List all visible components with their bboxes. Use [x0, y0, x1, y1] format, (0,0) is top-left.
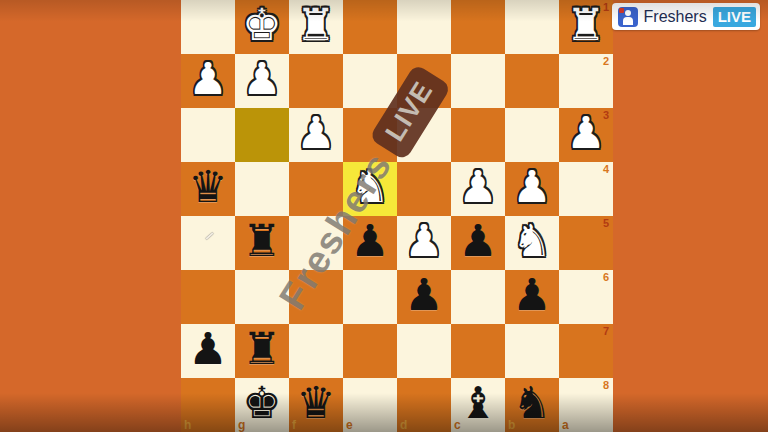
square-b8[interactable]: b♞ [505, 378, 559, 432]
black-bishop[interactable]: ♝ [458, 381, 497, 425]
logo-live-badge: LIVE [713, 7, 756, 27]
rank-label-5: 5 [603, 217, 609, 229]
square-c7[interactable] [451, 324, 505, 378]
square-d3[interactable] [397, 108, 451, 162]
fresherslive-logo: Freshers LIVE [612, 3, 760, 30]
rank-label-8: 8 [603, 379, 609, 391]
square-d8[interactable]: d [397, 378, 451, 432]
square-c8[interactable]: c♝ [451, 378, 505, 432]
rank-label-4: 4 [603, 163, 609, 175]
file-label-h: h [184, 418, 191, 432]
white-pawn[interactable]: ♟ [242, 57, 281, 101]
black-pawn[interactable]: ♟ [188, 327, 227, 371]
square-e2[interactable] [343, 54, 397, 108]
square-a3[interactable]: 3♟ [559, 108, 613, 162]
square-f5[interactable] [289, 216, 343, 270]
file-label-e: e [346, 418, 353, 432]
square-a7[interactable]: 7 [559, 324, 613, 378]
square-e6[interactable] [343, 270, 397, 324]
square-g1[interactable]: ♚ [235, 0, 289, 54]
white-pawn[interactable]: ♟ [566, 111, 605, 155]
black-queen[interactable]: ♛ [188, 165, 227, 209]
square-b1[interactable] [505, 0, 559, 54]
square-c5[interactable]: ♟ [451, 216, 505, 270]
white-pawn[interactable]: ♟ [296, 111, 335, 155]
square-d7[interactable] [397, 324, 451, 378]
square-g8[interactable]: g♚ [235, 378, 289, 432]
square-f4[interactable] [289, 162, 343, 216]
square-e3[interactable] [343, 108, 397, 162]
square-e8[interactable]: e [343, 378, 397, 432]
black-pawn[interactable]: ♟ [404, 273, 443, 317]
square-h5[interactable] [181, 216, 235, 270]
square-f1[interactable]: ♜ [289, 0, 343, 54]
square-h3[interactable] [181, 108, 235, 162]
square-a8[interactable]: 8a [559, 378, 613, 432]
square-a5[interactable]: 5 [559, 216, 613, 270]
square-g6[interactable] [235, 270, 289, 324]
white-pawn[interactable]: ♟ [458, 165, 497, 209]
square-c2[interactable] [451, 54, 505, 108]
white-knight[interactable]: ♞ [512, 219, 551, 263]
square-g5[interactable]: ♜ [235, 216, 289, 270]
white-pawn[interactable]: ♟ [188, 57, 227, 101]
square-g2[interactable]: ♟ [235, 54, 289, 108]
white-knight[interactable]: ♞ [350, 165, 389, 209]
white-rook[interactable]: ♜ [566, 3, 605, 47]
square-a6[interactable]: 6 [559, 270, 613, 324]
chess-board: ♚♜1♜♟♟2♟3♟♛♞♟♟4♜♟♟♟♞5♟♟6♟♜7hg♚f♛edc♝b♞8a [181, 0, 613, 432]
square-h6[interactable] [181, 270, 235, 324]
white-pawn[interactable]: ♟ [404, 219, 443, 263]
black-pawn[interactable]: ♟ [350, 219, 389, 263]
square-d6[interactable]: ♟ [397, 270, 451, 324]
square-b7[interactable] [505, 324, 559, 378]
file-label-d: d [400, 418, 407, 432]
fresherslive-person-icon [618, 7, 638, 27]
black-king[interactable]: ♚ [242, 381, 281, 425]
puzzle-image: ♚♜1♜♟♟2♟3♟♛♞♟♟4♜♟♟♟♞5♟♟6♟♜7hg♚f♛edc♝b♞8a… [0, 0, 768, 432]
black-queen[interactable]: ♛ [296, 381, 335, 425]
square-e4[interactable]: ♞ [343, 162, 397, 216]
black-rook[interactable]: ♜ [242, 219, 281, 263]
square-g4[interactable] [235, 162, 289, 216]
square-h8[interactable]: h [181, 378, 235, 432]
square-d4[interactable] [397, 162, 451, 216]
square-f6[interactable] [289, 270, 343, 324]
square-h2[interactable]: ♟ [181, 54, 235, 108]
square-a2[interactable]: 2 [559, 54, 613, 108]
rank-label-2: 2 [603, 55, 609, 67]
square-b6[interactable]: ♟ [505, 270, 559, 324]
square-b5[interactable]: ♞ [505, 216, 559, 270]
file-label-a: a [562, 418, 569, 432]
square-h1[interactable] [181, 0, 235, 54]
black-pawn[interactable]: ♟ [512, 273, 551, 317]
white-pawn[interactable]: ♟ [512, 165, 551, 209]
rank-label-7: 7 [603, 325, 609, 337]
square-c4[interactable]: ♟ [451, 162, 505, 216]
square-c3[interactable] [451, 108, 505, 162]
square-g3[interactable] [235, 108, 289, 162]
square-c6[interactable] [451, 270, 505, 324]
square-g7[interactable]: ♜ [235, 324, 289, 378]
rank-label-6: 6 [603, 271, 609, 283]
square-h7[interactable]: ♟ [181, 324, 235, 378]
square-e7[interactable] [343, 324, 397, 378]
square-b4[interactable]: ♟ [505, 162, 559, 216]
square-d1[interactable] [397, 0, 451, 54]
square-f8[interactable]: f♛ [289, 378, 343, 432]
square-b3[interactable] [505, 108, 559, 162]
square-h4[interactable]: ♛ [181, 162, 235, 216]
logo-brand-text: Freshers [644, 8, 707, 26]
white-king[interactable]: ♚ [242, 3, 281, 47]
black-knight[interactable]: ♞ [512, 381, 551, 425]
white-rook[interactable]: ♜ [296, 3, 335, 47]
square-e5[interactable]: ♟ [343, 216, 397, 270]
square-a1[interactable]: 1♜ [559, 0, 613, 54]
square-f3[interactable]: ♟ [289, 108, 343, 162]
square-f7[interactable] [289, 324, 343, 378]
square-f2[interactable] [289, 54, 343, 108]
square-d2[interactable] [397, 54, 451, 108]
square-c1[interactable] [451, 0, 505, 54]
black-pawn[interactable]: ♟ [458, 219, 497, 263]
square-b2[interactable] [505, 54, 559, 108]
black-rook[interactable]: ♜ [242, 327, 281, 371]
square-d5[interactable]: ♟ [397, 216, 451, 270]
square-a4[interactable]: 4 [559, 162, 613, 216]
square-e1[interactable] [343, 0, 397, 54]
logo-red-dot [619, 8, 624, 13]
